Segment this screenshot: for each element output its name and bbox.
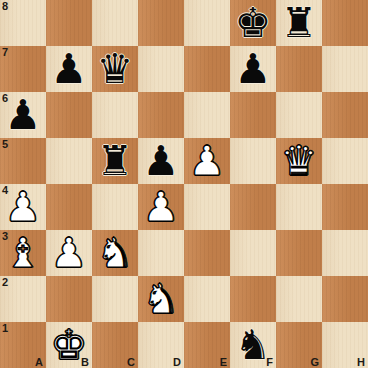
square-g7[interactable]: [276, 46, 322, 92]
black-knight-f1[interactable]: ♞: [230, 322, 276, 368]
square-f5[interactable]: [230, 138, 276, 184]
white-queen-g5[interactable]: ♛: [276, 138, 322, 184]
square-b8[interactable]: [46, 0, 92, 46]
chess-board: 8♚♜7♟♛♟6♟5♜♟♟♛4♟♟3♝♟♞2♞1AB♚CDEF♞GH: [0, 0, 368, 368]
square-c6[interactable]: [92, 92, 138, 138]
square-a3[interactable]: 3♝: [0, 230, 46, 276]
black-pawn-f7[interactable]: ♟: [230, 46, 276, 92]
square-d3[interactable]: [138, 230, 184, 276]
square-e4[interactable]: [184, 184, 230, 230]
file-label-h: H: [357, 356, 365, 368]
square-c5[interactable]: ♜: [92, 138, 138, 184]
square-h4[interactable]: [322, 184, 368, 230]
square-f8[interactable]: ♚: [230, 0, 276, 46]
square-h1[interactable]: H: [322, 322, 368, 368]
black-pawn-a6[interactable]: ♟: [0, 92, 46, 138]
square-d8[interactable]: [138, 0, 184, 46]
white-knight-d2[interactable]: ♞: [138, 276, 184, 322]
white-pawn-b3[interactable]: ♟: [46, 230, 92, 276]
black-king-f8[interactable]: ♚: [230, 0, 276, 46]
square-f6[interactable]: [230, 92, 276, 138]
square-d6[interactable]: [138, 92, 184, 138]
square-a6[interactable]: 6♟: [0, 92, 46, 138]
square-b2[interactable]: [46, 276, 92, 322]
square-d5[interactable]: ♟: [138, 138, 184, 184]
square-g3[interactable]: [276, 230, 322, 276]
square-e6[interactable]: [184, 92, 230, 138]
square-b7[interactable]: ♟: [46, 46, 92, 92]
black-pawn-d5[interactable]: ♟: [138, 138, 184, 184]
white-pawn-e5[interactable]: ♟: [184, 138, 230, 184]
square-a4[interactable]: 4♟: [0, 184, 46, 230]
square-d2[interactable]: ♞: [138, 276, 184, 322]
square-f2[interactable]: [230, 276, 276, 322]
white-bishop-a3[interactable]: ♝: [0, 230, 46, 276]
square-c4[interactable]: [92, 184, 138, 230]
rank-label-7: 7: [2, 46, 8, 58]
square-h3[interactable]: [322, 230, 368, 276]
white-king-b1[interactable]: ♚: [46, 322, 92, 368]
square-c1[interactable]: C: [92, 322, 138, 368]
square-g5[interactable]: ♛: [276, 138, 322, 184]
square-g1[interactable]: G: [276, 322, 322, 368]
square-a1[interactable]: 1A: [0, 322, 46, 368]
square-c7[interactable]: ♛: [92, 46, 138, 92]
square-g6[interactable]: [276, 92, 322, 138]
square-b3[interactable]: ♟: [46, 230, 92, 276]
square-f1[interactable]: F♞: [230, 322, 276, 368]
rank-label-5: 5: [2, 138, 8, 150]
square-h6[interactable]: [322, 92, 368, 138]
square-h8[interactable]: [322, 0, 368, 46]
square-e1[interactable]: E: [184, 322, 230, 368]
black-rook-c5[interactable]: ♜: [92, 138, 138, 184]
square-a7[interactable]: 7: [0, 46, 46, 92]
square-a8[interactable]: 8: [0, 0, 46, 46]
square-c2[interactable]: [92, 276, 138, 322]
file-label-e: E: [220, 356, 227, 368]
square-b4[interactable]: [46, 184, 92, 230]
square-d1[interactable]: D: [138, 322, 184, 368]
square-g4[interactable]: [276, 184, 322, 230]
square-c8[interactable]: [92, 0, 138, 46]
square-b6[interactable]: [46, 92, 92, 138]
white-pawn-d4[interactable]: ♟: [138, 184, 184, 230]
white-knight-c3[interactable]: ♞: [92, 230, 138, 276]
square-h7[interactable]: [322, 46, 368, 92]
square-e8[interactable]: [184, 0, 230, 46]
file-label-a: A: [35, 356, 43, 368]
square-a2[interactable]: 2: [0, 276, 46, 322]
square-b5[interactable]: [46, 138, 92, 184]
file-label-c: C: [127, 356, 135, 368]
rank-label-2: 2: [2, 276, 8, 288]
black-queen-c7[interactable]: ♛: [92, 46, 138, 92]
square-f7[interactable]: ♟: [230, 46, 276, 92]
file-label-g: G: [310, 356, 319, 368]
square-f4[interactable]: [230, 184, 276, 230]
square-b1[interactable]: B♚: [46, 322, 92, 368]
rank-label-1: 1: [2, 322, 8, 334]
square-h2[interactable]: [322, 276, 368, 322]
square-d7[interactable]: [138, 46, 184, 92]
square-e5[interactable]: ♟: [184, 138, 230, 184]
square-e2[interactable]: [184, 276, 230, 322]
square-c3[interactable]: ♞: [92, 230, 138, 276]
square-h5[interactable]: [322, 138, 368, 184]
file-label-d: D: [173, 356, 181, 368]
black-rook-g8[interactable]: ♜: [276, 0, 322, 46]
square-e7[interactable]: [184, 46, 230, 92]
white-pawn-a4[interactable]: ♟: [0, 184, 46, 230]
rank-label-8: 8: [2, 0, 8, 12]
square-f3[interactable]: [230, 230, 276, 276]
black-pawn-b7[interactable]: ♟: [46, 46, 92, 92]
square-g2[interactable]: [276, 276, 322, 322]
square-a5[interactable]: 5: [0, 138, 46, 184]
square-e3[interactable]: [184, 230, 230, 276]
square-g8[interactable]: ♜: [276, 0, 322, 46]
square-d4[interactable]: ♟: [138, 184, 184, 230]
